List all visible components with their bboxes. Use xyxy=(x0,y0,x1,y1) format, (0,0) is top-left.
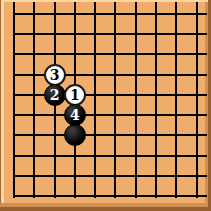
grid-line-horizontal xyxy=(13,195,207,197)
grid-line-horizontal xyxy=(13,155,207,157)
stone-black-2: 2 xyxy=(44,84,66,106)
grid-line-horizontal xyxy=(13,53,207,55)
grid-line-horizontal xyxy=(13,134,207,136)
stone-black-4: 4 xyxy=(64,104,86,126)
stone-move-number: 1 xyxy=(70,87,80,101)
stone-move-number: 2 xyxy=(50,87,60,101)
grid-line-horizontal xyxy=(13,33,207,35)
grid-line-horizontal xyxy=(13,74,207,76)
stone-move-number: 4 xyxy=(70,108,80,122)
grid-line-vertical xyxy=(33,2,35,198)
grid-line-horizontal xyxy=(13,114,207,116)
grid-line-vertical xyxy=(13,2,15,198)
board-grid: 3214 xyxy=(0,0,211,211)
grid-line-vertical xyxy=(155,2,157,198)
grid-line-vertical xyxy=(114,2,116,198)
stone-white-3: 3 xyxy=(44,64,66,86)
grid-line-horizontal xyxy=(13,175,207,177)
grid-line-vertical xyxy=(135,2,137,198)
stone-black-plain xyxy=(64,124,86,146)
stone-white-1: 1 xyxy=(64,84,86,106)
grid-line-horizontal xyxy=(13,94,207,96)
stone-move-number: 3 xyxy=(50,67,60,81)
grid-line-horizontal xyxy=(13,13,207,15)
grid-line-vertical xyxy=(196,2,198,198)
grid-line-vertical xyxy=(175,2,177,198)
grid-line-vertical xyxy=(94,2,96,198)
go-board-diagram: 3214 xyxy=(0,0,211,211)
